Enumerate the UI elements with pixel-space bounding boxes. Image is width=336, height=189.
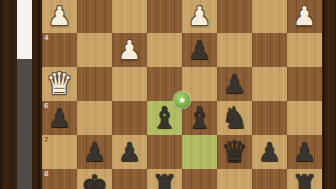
square-b4[interactable] [252, 33, 287, 67]
square-b3[interactable] [252, 0, 287, 33]
piece-black-pawn-b7[interactable]: ♟ [252, 135, 287, 169]
square-f3[interactable] [112, 0, 147, 33]
piece-black-pawn-g7[interactable]: ♟ [77, 135, 112, 169]
square-e7[interactable] [147, 135, 182, 169]
square-g3[interactable] [77, 0, 112, 33]
piece-white-queen-h5[interactable]: ♛ [42, 67, 77, 101]
square-d7[interactable] [182, 135, 217, 169]
square-g5[interactable] [77, 67, 112, 101]
square-d3[interactable]: ♟ [182, 0, 217, 33]
square-f5[interactable] [112, 67, 147, 101]
square-g8[interactable]: ♚ [77, 169, 112, 189]
piece-black-king-g8[interactable]: ♚ [77, 169, 112, 189]
square-g4[interactable] [77, 33, 112, 67]
piece-black-pawn-a7[interactable]: ♟ [287, 135, 322, 169]
piece-black-rook-a8[interactable]: ♜ [287, 169, 322, 189]
square-a6[interactable] [287, 101, 322, 135]
square-c4[interactable] [217, 33, 252, 67]
square-a4[interactable] [287, 33, 322, 67]
rank-label-7: 7 [44, 136, 48, 144]
square-d4[interactable]: ♟ [182, 33, 217, 67]
chess-app-viewport: ♟♟♟4♟♟♛♟6♟♝♝♞7♟♟♛♟♟8♚♜♜ ★ [0, 0, 336, 189]
piece-black-pawn-h6[interactable]: ♟ [42, 101, 77, 135]
evaluation-bar-white-section [17, 0, 32, 59]
square-h8[interactable]: 8 [42, 169, 77, 189]
square-e3[interactable] [147, 0, 182, 33]
square-f6[interactable] [112, 101, 147, 135]
square-b6[interactable] [252, 101, 287, 135]
best-move-star-icon: ★ [174, 92, 191, 109]
square-e4[interactable] [147, 33, 182, 67]
square-b8[interactable] [252, 169, 287, 189]
square-c8[interactable] [217, 169, 252, 189]
rank-label-8: 8 [44, 170, 48, 178]
square-g6[interactable] [77, 101, 112, 135]
square-h6[interactable]: 6♟ [42, 101, 77, 135]
piece-white-pawn-a3[interactable]: ♟ [287, 0, 322, 33]
square-b7[interactable]: ♟ [252, 135, 287, 169]
piece-black-pawn-d4[interactable]: ♟ [182, 33, 217, 67]
square-c6[interactable]: ♞ [217, 101, 252, 135]
square-a3[interactable]: ♟ [287, 0, 322, 33]
square-c5[interactable]: ♟ [217, 67, 252, 101]
square-c3[interactable] [217, 0, 252, 33]
rank-label-4: 4 [44, 34, 48, 42]
evaluation-bar-gray-section [17, 59, 32, 189]
piece-white-pawn-d3[interactable]: ♟ [182, 0, 217, 33]
square-d8[interactable] [182, 169, 217, 189]
square-f4[interactable]: ♟ [112, 33, 147, 67]
square-a8[interactable]: ♜ [287, 169, 322, 189]
square-h4[interactable]: 4 [42, 33, 77, 67]
square-a7[interactable]: ♟ [287, 135, 322, 169]
square-h7[interactable]: 7 [42, 135, 77, 169]
piece-black-pawn-f7[interactable]: ♟ [112, 135, 147, 169]
evaluation-bar [17, 0, 32, 189]
square-a5[interactable] [287, 67, 322, 101]
square-f7[interactable]: ♟ [112, 135, 147, 169]
square-h3[interactable]: ♟ [42, 0, 77, 33]
square-f8[interactable] [112, 169, 147, 189]
square-h5[interactable]: ♛ [42, 67, 77, 101]
piece-black-queen-c7[interactable]: ♛ [217, 135, 252, 169]
piece-black-knight-c6[interactable]: ♞ [217, 101, 252, 135]
square-e8[interactable]: ♜ [147, 169, 182, 189]
piece-white-pawn-f4[interactable]: ♟ [112, 33, 147, 67]
piece-white-pawn-h3[interactable]: ♟ [42, 0, 77, 33]
piece-black-pawn-c5[interactable]: ♟ [217, 67, 252, 101]
square-b5[interactable] [252, 67, 287, 101]
piece-black-rook-e8[interactable]: ♜ [147, 169, 182, 189]
square-c7[interactable]: ♛ [217, 135, 252, 169]
square-g7[interactable]: ♟ [77, 135, 112, 169]
